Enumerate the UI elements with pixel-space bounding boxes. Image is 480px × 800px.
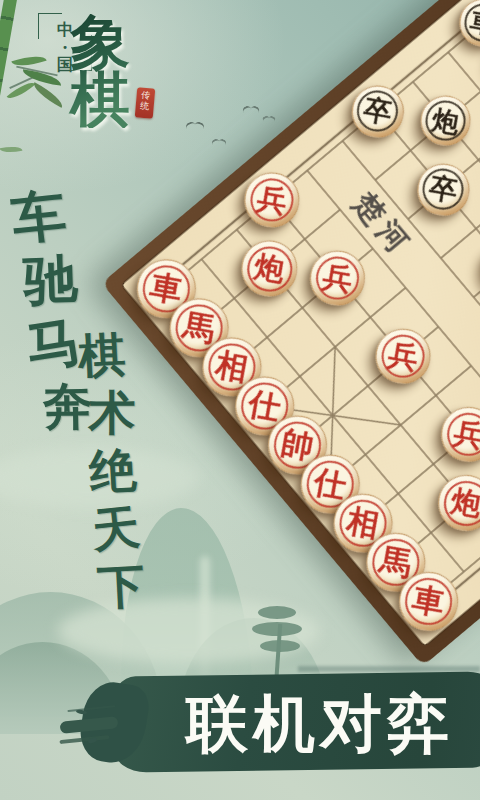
xiangqi-piece-red-f4r6[interactable]: 兵 (371, 324, 435, 388)
bird-icon (243, 106, 259, 114)
bamboo-leaf (30, 82, 66, 108)
xiangqi-piece-black-f2r3[interactable]: 卒 (413, 160, 473, 220)
bird-icon (186, 122, 204, 130)
banner-label: 联机对弈 (160, 684, 480, 764)
bird-icon (263, 116, 275, 122)
bamboo-leaf (0, 144, 22, 155)
xiangqi-piece-red-f0r6[interactable]: 兵 (240, 168, 304, 232)
xiangqi-piece-red-f2r6[interactable]: 兵 (306, 246, 370, 310)
xiangqi-piece-red-f7r7[interactable]: 炮 (434, 470, 480, 535)
home-screen: 楚河 車馬象士將士象馬車炮炮卒卒卒卒卒兵兵兵兵兵炮炮車馬相仕帥仕相馬車 中·国 … (0, 0, 480, 800)
logo-seal: 传统 (135, 87, 156, 118)
bird-icon (212, 139, 226, 146)
bamboo-stalk (0, 0, 19, 146)
xiangqi-piece-red-f6r6[interactable]: 兵 (437, 403, 480, 467)
logo-title: 象棋 (64, 14, 136, 128)
app-logo: 中·国 象棋 传统 (0, 0, 200, 150)
xiangqi-piece-black-f0r0[interactable]: 車 (456, 0, 480, 50)
slogan-column-2: 棋术绝天下 (76, 325, 149, 618)
xiangqi-piece-black-f0r3[interactable]: 卒 (348, 81, 408, 141)
online-play-banner[interactable]: 联机对弈 (0, 640, 480, 800)
xiangqi-piece-red-f1r7[interactable]: 炮 (237, 236, 302, 301)
xiangqi-piece-black-f1r2[interactable]: 炮 (417, 92, 475, 150)
